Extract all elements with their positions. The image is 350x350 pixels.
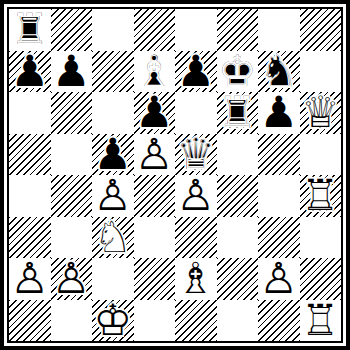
black-pawn-icon: ♟ <box>51 51 93 93</box>
square-b5[interactable] <box>51 134 93 176</box>
black-pawn-icon: ♟ <box>92 134 134 176</box>
black-queen-icon: ♕ <box>175 134 217 176</box>
white-rook-icon: ♜ <box>300 175 342 217</box>
square-h6[interactable]: ♛♛♕ <box>300 92 342 134</box>
white-pawn-icon: ♙ <box>258 258 300 300</box>
square-d6[interactable]: ♟♟ <box>134 92 176 134</box>
white-queen-icon: ♕ <box>300 92 342 134</box>
square-b4[interactable] <box>51 175 93 217</box>
white-pawn-icon: ♟ <box>51 258 93 300</box>
square-b6[interactable] <box>51 92 93 134</box>
black-king-icon: ♚ <box>217 51 259 93</box>
white-pawn-icon: ♟ <box>92 175 134 217</box>
square-d3[interactable] <box>134 217 176 259</box>
square-h3[interactable] <box>300 217 342 259</box>
square-d8[interactable] <box>134 9 176 51</box>
white-pawn-icon: ♙ <box>51 258 93 300</box>
white-king-icon: ♔ <box>92 300 134 342</box>
square-g6[interactable]: ♟♟ <box>258 92 300 134</box>
black-pawn-icon: ♟ <box>175 51 217 93</box>
square-a3[interactable] <box>9 217 51 259</box>
white-pawn-icon: ♙ <box>9 258 51 300</box>
white-rook-icon: ♖ <box>300 300 342 342</box>
square-a6[interactable] <box>9 92 51 134</box>
white-rook-icon: ♜ <box>300 300 342 342</box>
black-rook-icon: ♖ <box>9 9 51 51</box>
square-g8[interactable] <box>258 9 300 51</box>
white-rook-icon: ♜ <box>300 175 342 217</box>
piece-white-pawn-c4[interactable]: ♟♟♙ <box>92 175 134 217</box>
square-a5[interactable] <box>9 134 51 176</box>
white-pawn-icon: ♟ <box>9 258 51 300</box>
piece-white-knight-c3[interactable]: ♞♞♘ <box>92 217 134 259</box>
piece-black-pawn-d6[interactable]: ♟♟ <box>134 92 176 134</box>
square-e1[interactable] <box>175 300 217 342</box>
chess-board: ♜♜♖♟♟♟♟♝♝♗♟♟♚♚♔♞♞♘♟♟♜♜♖♟♟♛♛♕♟♟♟♟♙♛♛♕♟♟♙♟… <box>9 9 341 341</box>
white-king-icon: ♚ <box>92 300 134 342</box>
square-g7[interactable]: ♞♞♘ <box>258 51 300 93</box>
white-knight-icon: ♞ <box>92 217 134 259</box>
square-c4[interactable]: ♟♟♙ <box>92 175 134 217</box>
black-pawn-icon: ♟ <box>92 134 134 176</box>
square-f4[interactable] <box>217 175 259 217</box>
square-h7[interactable] <box>300 51 342 93</box>
square-f6[interactable]: ♜♜♖ <box>217 92 259 134</box>
piece-black-bishop-d7[interactable]: ♝♝♗ <box>134 51 176 93</box>
white-rook-icon: ♜ <box>300 300 342 342</box>
black-rook-icon: ♜ <box>217 92 259 134</box>
white-pawn-icon: ♟ <box>175 175 217 217</box>
piece-white-bishop-e2[interactable]: ♝♝♗ <box>175 258 217 300</box>
square-d5[interactable]: ♟♟♙ <box>134 134 176 176</box>
square-c6[interactable] <box>92 92 134 134</box>
white-pawn-icon: ♟ <box>258 258 300 300</box>
piece-black-pawn-g6[interactable]: ♟♟ <box>258 92 300 134</box>
square-f3[interactable] <box>217 217 259 259</box>
square-e6[interactable] <box>175 92 217 134</box>
square-h8[interactable] <box>300 9 342 51</box>
square-d2[interactable] <box>134 258 176 300</box>
square-a8[interactable]: ♜♜♖ <box>9 9 51 51</box>
piece-white-queen-h6[interactable]: ♛♛♕ <box>300 92 342 134</box>
white-queen-icon: ♛ <box>300 92 342 134</box>
black-bishop-icon: ♝ <box>134 51 176 93</box>
piece-black-knight-g7[interactable]: ♞♞♘ <box>258 51 300 93</box>
white-pawn-icon: ♟ <box>51 258 93 300</box>
square-b1[interactable] <box>51 300 93 342</box>
black-queen-icon: ♛ <box>175 134 217 176</box>
square-e3[interactable] <box>175 217 217 259</box>
piece-white-pawn-e4[interactable]: ♟♟♙ <box>175 175 217 217</box>
piece-black-rook-a8[interactable]: ♜♜♖ <box>9 9 51 51</box>
white-pawn-icon: ♙ <box>175 175 217 217</box>
black-pawn-icon: ♟ <box>134 92 176 134</box>
black-rook-icon: ♜ <box>217 92 259 134</box>
square-f2[interactable] <box>217 258 259 300</box>
white-pawn-icon: ♟ <box>9 258 51 300</box>
piece-black-queen-e5[interactable]: ♛♛♕ <box>175 134 217 176</box>
square-e8[interactable] <box>175 9 217 51</box>
white-king-icon: ♚ <box>92 300 134 342</box>
piece-white-pawn-g2[interactable]: ♟♟♙ <box>258 258 300 300</box>
square-c2[interactable] <box>92 258 134 300</box>
black-king-icon: ♚ <box>217 51 259 93</box>
piece-white-pawn-b2[interactable]: ♟♟♙ <box>51 258 93 300</box>
square-g5[interactable] <box>258 134 300 176</box>
white-pawn-icon: ♟ <box>134 134 176 176</box>
white-pawn-icon: ♙ <box>92 175 134 217</box>
square-h4[interactable]: ♜♜♖ <box>300 175 342 217</box>
square-f7[interactable]: ♚♚♔ <box>217 51 259 93</box>
white-knight-icon: ♞ <box>92 217 134 259</box>
square-b3[interactable] <box>51 217 93 259</box>
black-pawn-icon: ♟ <box>51 51 93 93</box>
white-bishop-icon: ♝ <box>175 258 217 300</box>
square-a1[interactable] <box>9 300 51 342</box>
black-rook-icon: ♜ <box>9 9 51 51</box>
black-king-icon: ♔ <box>217 51 259 93</box>
square-g1[interactable] <box>258 300 300 342</box>
white-pawn-icon: ♙ <box>134 134 176 176</box>
square-a7[interactable]: ♟♟ <box>9 51 51 93</box>
black-pawn-icon: ♟ <box>175 51 217 93</box>
black-bishop-icon: ♗ <box>134 51 176 93</box>
black-knight-icon: ♘ <box>258 51 300 93</box>
square-g4[interactable] <box>258 175 300 217</box>
white-pawn-icon: ♟ <box>175 175 217 217</box>
piece-black-pawn-b7[interactable]: ♟♟ <box>51 51 93 93</box>
piece-white-pawn-a2[interactable]: ♟♟♙ <box>9 258 51 300</box>
square-c3[interactable]: ♞♞♘ <box>92 217 134 259</box>
piece-black-pawn-e7[interactable]: ♟♟ <box>175 51 217 93</box>
piece-black-king-f7[interactable]: ♚♚♔ <box>217 51 259 93</box>
white-pawn-icon: ♟ <box>258 258 300 300</box>
piece-black-pawn-a7[interactable]: ♟♟ <box>9 51 51 93</box>
square-d4[interactable] <box>134 175 176 217</box>
white-rook-icon: ♖ <box>300 175 342 217</box>
black-pawn-icon: ♟ <box>258 92 300 134</box>
square-b2[interactable]: ♟♟♙ <box>51 258 93 300</box>
square-d1[interactable] <box>134 300 176 342</box>
square-f5[interactable] <box>217 134 259 176</box>
square-e5[interactable]: ♛♛♕ <box>175 134 217 176</box>
black-rook-icon: ♖ <box>217 92 259 134</box>
black-pawn-icon: ♟ <box>9 51 51 93</box>
piece-white-rook-h1[interactable]: ♜♜♖ <box>300 300 342 342</box>
black-rook-icon: ♜ <box>9 9 51 51</box>
black-pawn-icon: ♟ <box>134 92 176 134</box>
square-e4[interactable]: ♟♟♙ <box>175 175 217 217</box>
white-pawn-icon: ♟ <box>92 175 134 217</box>
piece-black-rook-f6[interactable]: ♜♜♖ <box>217 92 259 134</box>
black-knight-icon: ♞ <box>258 51 300 93</box>
white-pawn-icon: ♟ <box>134 134 176 176</box>
square-f8[interactable] <box>217 9 259 51</box>
square-b8[interactable] <box>51 9 93 51</box>
piece-black-pawn-c5[interactable]: ♟♟ <box>92 134 134 176</box>
square-c7[interactable] <box>92 51 134 93</box>
square-e2[interactable]: ♝♝♗ <box>175 258 217 300</box>
square-b7[interactable]: ♟♟ <box>51 51 93 93</box>
square-h1[interactable]: ♜♜♖ <box>300 300 342 342</box>
square-g2[interactable]: ♟♟♙ <box>258 258 300 300</box>
diagram-outer-frame: ♜♜♖♟♟♟♟♝♝♗♟♟♚♚♔♞♞♘♟♟♜♜♖♟♟♛♛♕♟♟♟♟♙♛♛♕♟♟♙♟… <box>0 0 350 350</box>
black-queen-icon: ♛ <box>175 134 217 176</box>
black-pawn-icon: ♟ <box>9 51 51 93</box>
piece-white-pawn-d5[interactable]: ♟♟♙ <box>134 134 176 176</box>
square-c1[interactable]: ♚♚♔ <box>92 300 134 342</box>
white-knight-icon: ♘ <box>92 217 134 259</box>
square-e7[interactable]: ♟♟ <box>175 51 217 93</box>
square-a2[interactable]: ♟♟♙ <box>9 258 51 300</box>
board-inner-border: ♜♜♖♟♟♟♟♝♝♗♟♟♚♚♔♞♞♘♟♟♜♜♖♟♟♛♛♕♟♟♟♟♙♛♛♕♟♟♙♟… <box>7 7 343 343</box>
white-bishop-icon: ♝ <box>175 258 217 300</box>
square-a4[interactable] <box>9 175 51 217</box>
black-knight-icon: ♞ <box>258 51 300 93</box>
square-c8[interactable] <box>92 9 134 51</box>
square-h2[interactable] <box>300 258 342 300</box>
square-f1[interactable] <box>217 300 259 342</box>
black-pawn-icon: ♟ <box>258 92 300 134</box>
square-g3[interactable] <box>258 217 300 259</box>
square-d7[interactable]: ♝♝♗ <box>134 51 176 93</box>
square-h5[interactable] <box>300 134 342 176</box>
square-c5[interactable]: ♟♟ <box>92 134 134 176</box>
black-bishop-icon: ♝ <box>134 51 176 93</box>
piece-white-king-c1[interactable]: ♚♚♔ <box>92 300 134 342</box>
white-queen-icon: ♛ <box>300 92 342 134</box>
piece-white-rook-h4[interactable]: ♜♜♖ <box>300 175 342 217</box>
white-bishop-icon: ♗ <box>175 258 217 300</box>
